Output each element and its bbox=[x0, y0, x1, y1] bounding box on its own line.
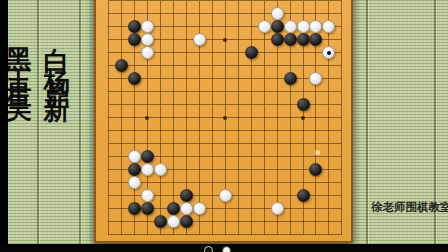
stone-white bbox=[128, 150, 141, 163]
stone-white bbox=[167, 215, 180, 228]
star-point bbox=[223, 38, 227, 42]
stone-black bbox=[128, 72, 141, 85]
stone-white bbox=[154, 163, 167, 176]
stone-black bbox=[284, 33, 297, 46]
grid-line-v bbox=[328, 1, 329, 235]
tatami-seam bbox=[366, 0, 368, 252]
stone-black bbox=[154, 215, 167, 228]
grid-line-v bbox=[341, 1, 342, 235]
stone-black bbox=[141, 150, 154, 163]
white-player-column: 白杨鼎新 bbox=[44, 27, 70, 237]
tatami-seam bbox=[79, 0, 81, 252]
black-player-column: 黑王星昊 bbox=[6, 27, 32, 237]
stone-black bbox=[167, 202, 180, 215]
white-player-name: 杨鼎新 bbox=[42, 48, 72, 87]
tatami-seam bbox=[37, 0, 39, 252]
grid-line-v bbox=[238, 1, 239, 235]
grid-line-h bbox=[108, 143, 342, 144]
stone-white bbox=[141, 20, 154, 33]
bottom-edge-bar bbox=[0, 244, 448, 252]
go-board bbox=[94, 0, 353, 243]
grid-line-h bbox=[108, 182, 342, 183]
video-frame: 黑王星昊 白杨鼎新 徐老师围棋教室 bbox=[0, 0, 448, 252]
left-edge-bar bbox=[0, 0, 8, 252]
grid-line-h bbox=[108, 234, 342, 235]
mini-white-stone-icon bbox=[222, 246, 231, 252]
black-label: 黑 bbox=[4, 27, 34, 40]
stone-black bbox=[297, 189, 310, 202]
stone-black bbox=[297, 33, 310, 46]
stone-black bbox=[180, 189, 193, 202]
stone-white bbox=[141, 163, 154, 176]
stone-white bbox=[309, 72, 322, 85]
stone-black bbox=[141, 202, 154, 215]
stone-black bbox=[245, 46, 258, 59]
stone-white bbox=[180, 202, 193, 215]
stone-black bbox=[180, 215, 193, 228]
stone-white bbox=[141, 46, 154, 59]
grid-line-h bbox=[108, 221, 342, 222]
stone-white bbox=[284, 20, 297, 33]
stone-white bbox=[141, 33, 154, 46]
stone-black bbox=[128, 163, 141, 176]
stone-black bbox=[271, 33, 284, 46]
black-player-name: 王星昊 bbox=[4, 48, 34, 87]
stone-white bbox=[258, 20, 271, 33]
watermark-text: 徐老师围棋教室 bbox=[371, 200, 448, 215]
grid-line-v bbox=[264, 1, 265, 235]
grid-line-v bbox=[251, 1, 252, 235]
grid-line-h bbox=[108, 130, 342, 131]
star-point bbox=[145, 116, 149, 120]
stone-black bbox=[309, 33, 322, 46]
stone-white bbox=[309, 20, 322, 33]
stone-black bbox=[297, 98, 310, 111]
star-point bbox=[301, 116, 305, 120]
stone-black bbox=[128, 33, 141, 46]
stone-white bbox=[271, 7, 284, 20]
last-move-marker bbox=[327, 51, 331, 55]
stone-white bbox=[193, 202, 206, 215]
star-point bbox=[223, 116, 227, 120]
faint-marker-dot bbox=[315, 150, 320, 155]
stone-white bbox=[141, 189, 154, 202]
stone-white bbox=[322, 20, 335, 33]
stone-black bbox=[128, 202, 141, 215]
stone-white bbox=[193, 33, 206, 46]
stone-black bbox=[284, 72, 297, 85]
stone-black bbox=[115, 59, 128, 72]
mini-black-stone-icon bbox=[204, 246, 213, 252]
stone-black bbox=[128, 20, 141, 33]
stone-white bbox=[297, 20, 310, 33]
stone-white bbox=[219, 189, 232, 202]
stone-white bbox=[128, 176, 141, 189]
stone-black bbox=[271, 20, 284, 33]
stone-white bbox=[271, 202, 284, 215]
white-label: 白 bbox=[42, 27, 72, 40]
stone-black bbox=[309, 163, 322, 176]
